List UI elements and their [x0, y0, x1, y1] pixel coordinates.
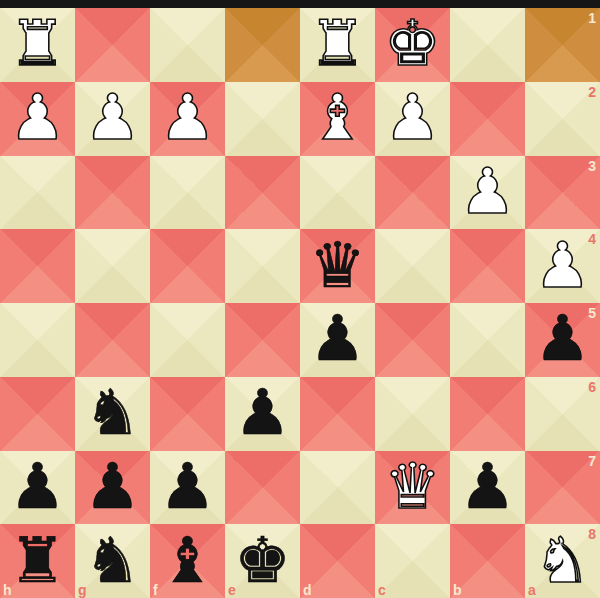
square-f1[interactable]	[150, 8, 225, 82]
black-pawn[interactable]: ♟	[459, 455, 515, 518]
square-d1[interactable]: ♜	[300, 8, 375, 82]
white-rook[interactable]: ♜	[309, 12, 365, 75]
square-c4[interactable]	[375, 229, 450, 303]
file-label-d: d	[303, 583, 312, 597]
rank-label-2: 2	[588, 85, 596, 99]
white-queen[interactable]: ♛	[384, 455, 440, 518]
black-knight[interactable]: ♞	[84, 529, 140, 592]
black-rook[interactable]: ♜	[9, 529, 65, 592]
square-c5[interactable]	[375, 303, 450, 377]
square-d5[interactable]: ♟	[300, 303, 375, 377]
square-g5[interactable]	[75, 303, 150, 377]
rank-label-1: 1	[588, 11, 596, 25]
square-g8[interactable]: ♞g	[75, 524, 150, 598]
square-e5[interactable]	[225, 303, 300, 377]
rank-label-7: 7	[588, 454, 596, 468]
square-b7[interactable]: ♟	[450, 451, 525, 525]
square-e2[interactable]	[225, 82, 300, 156]
square-b5[interactable]	[450, 303, 525, 377]
square-b8[interactable]: b	[450, 524, 525, 598]
square-g7[interactable]: ♟	[75, 451, 150, 525]
square-e4[interactable]	[225, 229, 300, 303]
square-c7[interactable]: ♛	[375, 451, 450, 525]
square-g4[interactable]	[75, 229, 150, 303]
square-a7[interactable]: 7	[525, 451, 600, 525]
square-d8[interactable]: d	[300, 524, 375, 598]
file-label-b: b	[453, 583, 462, 597]
square-a1[interactable]: 1	[525, 8, 600, 82]
square-c6[interactable]	[375, 377, 450, 451]
square-g3[interactable]	[75, 156, 150, 230]
rank-label-3: 3	[588, 159, 596, 173]
black-pawn[interactable]: ♟	[534, 307, 590, 370]
square-f8[interactable]: ♝f	[150, 524, 225, 598]
square-d7[interactable]	[300, 451, 375, 525]
square-c8[interactable]: c	[375, 524, 450, 598]
square-a8[interactable]: ♞8a	[525, 524, 600, 598]
white-pawn[interactable]: ♟	[84, 86, 140, 149]
chess-board: ♜♜♚1♟♟♟♝♟2♟3♛♟4♟♟5♞♟6♟♟♟♛♟7♜h♞g♝f♚edcb♞8…	[0, 8, 600, 598]
square-e6[interactable]: ♟	[225, 377, 300, 451]
white-pawn[interactable]: ♟	[459, 160, 515, 223]
square-a6[interactable]: 6	[525, 377, 600, 451]
black-king[interactable]: ♚	[234, 529, 290, 592]
square-h6[interactable]	[0, 377, 75, 451]
black-pawn[interactable]: ♟	[159, 455, 215, 518]
status-bar	[0, 0, 600, 8]
black-knight[interactable]: ♞	[84, 381, 140, 444]
square-h8[interactable]: ♜h	[0, 524, 75, 598]
square-a4[interactable]: ♟4	[525, 229, 600, 303]
white-pawn[interactable]: ♟	[159, 86, 215, 149]
square-b3[interactable]: ♟	[450, 156, 525, 230]
square-f7[interactable]: ♟	[150, 451, 225, 525]
square-b2[interactable]	[450, 82, 525, 156]
square-e8[interactable]: ♚e	[225, 524, 300, 598]
black-queen[interactable]: ♛	[309, 234, 365, 297]
white-rook[interactable]: ♜	[9, 12, 65, 75]
square-d2[interactable]: ♝	[300, 82, 375, 156]
square-h7[interactable]: ♟	[0, 451, 75, 525]
file-label-c: c	[378, 583, 386, 597]
square-f5[interactable]	[150, 303, 225, 377]
square-c2[interactable]: ♟	[375, 82, 450, 156]
square-g6[interactable]: ♞	[75, 377, 150, 451]
square-c1[interactable]: ♚	[375, 8, 450, 82]
square-h3[interactable]	[0, 156, 75, 230]
black-pawn[interactable]: ♟	[9, 455, 65, 518]
square-e7[interactable]	[225, 451, 300, 525]
square-c3[interactable]	[375, 156, 450, 230]
square-f3[interactable]	[150, 156, 225, 230]
square-e3[interactable]	[225, 156, 300, 230]
chess-app-screen: ♜♜♚1♟♟♟♝♟2♟3♛♟4♟♟5♞♟6♟♟♟♛♟7♜h♞g♝f♚edcb♞8…	[0, 0, 600, 598]
square-h4[interactable]	[0, 229, 75, 303]
black-pawn[interactable]: ♟	[309, 307, 365, 370]
white-king[interactable]: ♚	[384, 12, 440, 75]
square-f2[interactable]: ♟	[150, 82, 225, 156]
square-a2[interactable]: 2	[525, 82, 600, 156]
square-d4[interactable]: ♛	[300, 229, 375, 303]
white-bishop[interactable]: ♝	[309, 86, 365, 149]
square-f6[interactable]	[150, 377, 225, 451]
rank-label-6: 6	[588, 380, 596, 394]
square-a3[interactable]: 3	[525, 156, 600, 230]
black-pawn[interactable]: ♟	[84, 455, 140, 518]
square-f4[interactable]	[150, 229, 225, 303]
square-h5[interactable]	[0, 303, 75, 377]
black-pawn[interactable]: ♟	[234, 381, 290, 444]
square-g2[interactable]: ♟	[75, 82, 150, 156]
square-d6[interactable]	[300, 377, 375, 451]
square-b6[interactable]	[450, 377, 525, 451]
white-pawn[interactable]: ♟	[384, 86, 440, 149]
square-e1[interactable]	[225, 8, 300, 82]
square-g1[interactable]	[75, 8, 150, 82]
square-d3[interactable]	[300, 156, 375, 230]
black-bishop[interactable]: ♝	[159, 529, 215, 592]
square-h1[interactable]: ♜	[0, 8, 75, 82]
square-h2[interactable]: ♟	[0, 82, 75, 156]
file-label-f: f	[153, 583, 158, 597]
square-b1[interactable]	[450, 8, 525, 82]
white-pawn[interactable]: ♟	[9, 86, 65, 149]
square-a5[interactable]: ♟5	[525, 303, 600, 377]
white-knight[interactable]: ♞	[534, 529, 590, 592]
square-b4[interactable]	[450, 229, 525, 303]
white-pawn[interactable]: ♟	[534, 234, 590, 297]
